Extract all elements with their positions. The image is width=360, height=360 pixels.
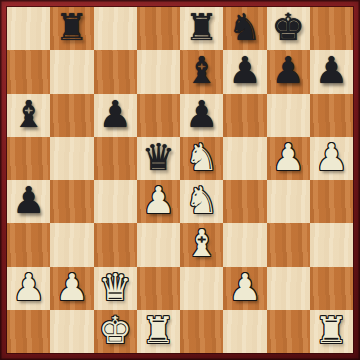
square-d1[interactable]: ♜ [137,310,180,353]
chess-board: ♜♜♞♚♝♟♟♟♝♟♟♛♞♟♟♟♟♞♝♟♟♛♟♚♜♜ [7,7,353,353]
piece-black-rook: ♜ [185,9,218,46]
piece-black-rook: ♜ [55,9,88,46]
square-a6[interactable]: ♝ [7,94,50,137]
piece-black-pawn: ♟ [315,52,348,89]
square-g8[interactable]: ♚ [267,7,310,50]
piece-white-bishop: ♝ [185,225,218,262]
square-a7[interactable] [7,50,50,93]
square-g2[interactable] [267,267,310,310]
piece-white-pawn: ♟ [12,269,45,306]
piece-black-pawn: ♟ [272,52,305,89]
square-d3[interactable] [137,223,180,266]
square-a1[interactable] [7,310,50,353]
piece-white-pawn: ♟ [142,182,175,219]
piece-white-rook: ♜ [142,312,175,349]
square-a2[interactable]: ♟ [7,267,50,310]
square-g4[interactable] [267,180,310,223]
piece-white-pawn: ♟ [272,139,305,176]
piece-white-knight: ♞ [185,182,218,219]
square-c8[interactable] [94,7,137,50]
board-frame: ♜♜♞♚♝♟♟♟♝♟♟♛♞♟♟♟♟♞♝♟♟♛♟♚♜♜ [0,0,360,360]
piece-white-knight: ♞ [185,139,218,176]
square-g7[interactable]: ♟ [267,50,310,93]
piece-white-rook: ♜ [315,312,348,349]
square-a4[interactable]: ♟ [7,180,50,223]
square-e7[interactable]: ♝ [180,50,223,93]
square-b3[interactable] [50,223,93,266]
square-h2[interactable] [310,267,353,310]
square-b4[interactable] [50,180,93,223]
piece-black-pawn: ♟ [99,96,132,133]
square-h3[interactable] [310,223,353,266]
square-f4[interactable] [223,180,266,223]
square-d6[interactable] [137,94,180,137]
square-e6[interactable]: ♟ [180,94,223,137]
square-d5[interactable]: ♛ [137,137,180,180]
square-e3[interactable]: ♝ [180,223,223,266]
square-e1[interactable] [180,310,223,353]
square-c5[interactable] [94,137,137,180]
square-h6[interactable] [310,94,353,137]
square-a3[interactable] [7,223,50,266]
square-c4[interactable] [94,180,137,223]
piece-black-pawn: ♟ [185,96,218,133]
square-a5[interactable] [7,137,50,180]
piece-white-pawn: ♟ [315,139,348,176]
square-d7[interactable] [137,50,180,93]
square-g1[interactable] [267,310,310,353]
square-e2[interactable] [180,267,223,310]
square-f1[interactable] [223,310,266,353]
square-d8[interactable] [137,7,180,50]
square-e8[interactable]: ♜ [180,7,223,50]
square-c2[interactable]: ♛ [94,267,137,310]
square-h7[interactable]: ♟ [310,50,353,93]
piece-black-king: ♚ [272,9,305,46]
square-b1[interactable] [50,310,93,353]
square-f5[interactable] [223,137,266,180]
square-g3[interactable] [267,223,310,266]
square-e5[interactable]: ♞ [180,137,223,180]
square-h5[interactable]: ♟ [310,137,353,180]
square-f8[interactable]: ♞ [223,7,266,50]
piece-black-pawn: ♟ [228,52,261,89]
piece-black-bishop: ♝ [12,96,45,133]
square-b2[interactable]: ♟ [50,267,93,310]
square-e4[interactable]: ♞ [180,180,223,223]
piece-white-king: ♚ [99,312,132,349]
square-g6[interactable] [267,94,310,137]
piece-black-queen: ♛ [142,139,175,176]
square-b7[interactable] [50,50,93,93]
square-c6[interactable]: ♟ [94,94,137,137]
square-b6[interactable] [50,94,93,137]
square-h1[interactable]: ♜ [310,310,353,353]
square-a8[interactable] [7,7,50,50]
square-c7[interactable] [94,50,137,93]
square-g5[interactable]: ♟ [267,137,310,180]
square-b8[interactable]: ♜ [50,7,93,50]
square-f3[interactable] [223,223,266,266]
square-d4[interactable]: ♟ [137,180,180,223]
square-f2[interactable]: ♟ [223,267,266,310]
piece-black-knight: ♞ [228,9,261,46]
square-f6[interactable] [223,94,266,137]
square-d2[interactable] [137,267,180,310]
piece-black-pawn: ♟ [12,182,45,219]
square-b5[interactable] [50,137,93,180]
piece-white-queen: ♛ [99,269,132,306]
piece-black-bishop: ♝ [185,52,218,89]
piece-white-pawn: ♟ [228,269,261,306]
square-f7[interactable]: ♟ [223,50,266,93]
piece-white-pawn: ♟ [55,269,88,306]
square-c3[interactable] [94,223,137,266]
square-h4[interactable] [310,180,353,223]
square-h8[interactable] [310,7,353,50]
square-c1[interactable]: ♚ [94,310,137,353]
